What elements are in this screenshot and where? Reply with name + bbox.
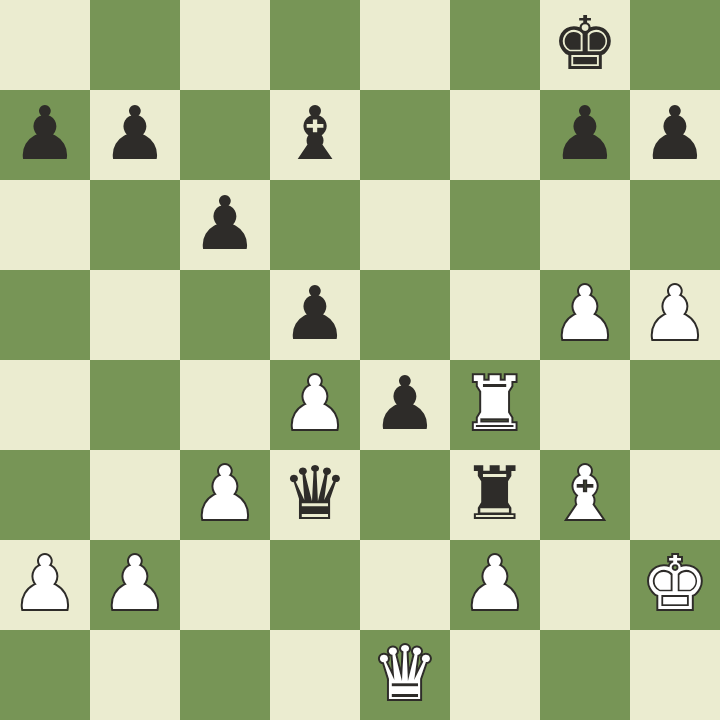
square-a1[interactable] [0,630,90,720]
white-pawn[interactable]: ♟ [192,448,258,538]
square-g6[interactable] [540,180,630,270]
square-h8[interactable] [630,0,720,90]
black-pawn[interactable]: ♟ [102,88,168,178]
black-pawn[interactable]: ♟ [12,88,78,178]
square-g5[interactable]: ♟ [540,270,630,360]
square-f2[interactable]: ♟ [450,540,540,630]
square-f6[interactable] [450,180,540,270]
square-e4[interactable]: ♟ [360,360,450,450]
square-e8[interactable] [360,0,450,90]
black-pawn[interactable]: ♟ [642,88,708,178]
square-a4[interactable] [0,360,90,450]
square-h5[interactable]: ♟ [630,270,720,360]
square-d5[interactable]: ♟ [270,270,360,360]
square-f8[interactable] [450,0,540,90]
square-d3[interactable]: ♛ [270,450,360,540]
square-g8[interactable]: ♚ [540,0,630,90]
square-d6[interactable] [270,180,360,270]
square-e2[interactable] [360,540,450,630]
square-c2[interactable] [180,540,270,630]
square-e7[interactable] [360,90,450,180]
square-a3[interactable] [0,450,90,540]
black-pawn[interactable]: ♟ [552,88,618,178]
square-e5[interactable] [360,270,450,360]
square-h4[interactable] [630,360,720,450]
white-bishop[interactable]: ♝ [552,448,618,538]
square-b2[interactable]: ♟ [90,540,180,630]
square-g1[interactable] [540,630,630,720]
square-d4[interactable]: ♟ [270,360,360,450]
white-pawn[interactable]: ♟ [642,268,708,358]
square-b5[interactable] [90,270,180,360]
square-h1[interactable] [630,630,720,720]
square-f1[interactable] [450,630,540,720]
black-rook[interactable]: ♜ [462,448,528,538]
square-h2[interactable]: ♚ [630,540,720,630]
square-b6[interactable] [90,180,180,270]
black-bishop[interactable]: ♝ [282,88,348,178]
black-pawn[interactable]: ♟ [282,268,348,358]
square-f3[interactable]: ♜ [450,450,540,540]
square-a7[interactable]: ♟ [0,90,90,180]
white-queen[interactable]: ♛ [372,628,438,718]
square-d2[interactable] [270,540,360,630]
square-c7[interactable] [180,90,270,180]
white-rook[interactable]: ♜ [462,358,528,448]
square-f5[interactable] [450,270,540,360]
square-c4[interactable] [180,360,270,450]
square-c6[interactable]: ♟ [180,180,270,270]
square-c5[interactable] [180,270,270,360]
square-f7[interactable] [450,90,540,180]
black-king[interactable]: ♚ [552,0,618,88]
square-e1[interactable]: ♛ [360,630,450,720]
square-b7[interactable]: ♟ [90,90,180,180]
black-queen[interactable]: ♛ [282,448,348,538]
square-b8[interactable] [90,0,180,90]
square-a5[interactable] [0,270,90,360]
square-d7[interactable]: ♝ [270,90,360,180]
black-pawn[interactable]: ♟ [372,358,438,448]
square-a2[interactable]: ♟ [0,540,90,630]
square-h3[interactable] [630,450,720,540]
square-d1[interactable] [270,630,360,720]
white-pawn[interactable]: ♟ [282,358,348,448]
chess-board: ♚♟♟♝♟♟♟♟♟♟♟♟♜♟♛♜♝♟♟♟♚♛ [0,0,720,720]
square-g3[interactable]: ♝ [540,450,630,540]
square-d8[interactable] [270,0,360,90]
square-c8[interactable] [180,0,270,90]
square-f4[interactable]: ♜ [450,360,540,450]
white-pawn[interactable]: ♟ [552,268,618,358]
square-b3[interactable] [90,450,180,540]
square-g2[interactable] [540,540,630,630]
square-g7[interactable]: ♟ [540,90,630,180]
white-pawn[interactable]: ♟ [12,538,78,628]
square-b4[interactable] [90,360,180,450]
white-pawn[interactable]: ♟ [102,538,168,628]
square-e3[interactable] [360,450,450,540]
square-a8[interactable] [0,0,90,90]
square-b1[interactable] [90,630,180,720]
square-a6[interactable] [0,180,90,270]
square-e6[interactable] [360,180,450,270]
square-h6[interactable] [630,180,720,270]
white-pawn[interactable]: ♟ [462,538,528,628]
square-h7[interactable]: ♟ [630,90,720,180]
square-c1[interactable] [180,630,270,720]
white-king[interactable]: ♚ [642,538,708,628]
square-g4[interactable] [540,360,630,450]
square-c3[interactable]: ♟ [180,450,270,540]
black-pawn[interactable]: ♟ [192,178,258,268]
